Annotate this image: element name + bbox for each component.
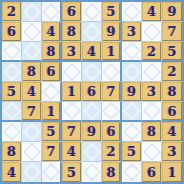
cell-r7c8: 8 bbox=[142, 122, 162, 142]
given-tile: 4 bbox=[82, 42, 101, 60]
given-tile: 8 bbox=[62, 22, 81, 41]
cell-r4c2: 8 bbox=[22, 62, 42, 82]
given-digit: 9 bbox=[127, 85, 136, 98]
given-digit: 6 bbox=[167, 105, 176, 118]
empty-cell-diamond-pattern bbox=[142, 102, 160, 120]
given-tile: 2 bbox=[102, 142, 120, 161]
empty-cell-diamond-pattern bbox=[82, 142, 100, 160]
empty-cell-diamond-pattern bbox=[62, 62, 80, 80]
empty-cell-diamond-pattern bbox=[122, 2, 140, 20]
empty-cell-diamond-pattern bbox=[82, 102, 100, 120]
given-tile: 5 bbox=[102, 2, 120, 21]
empty-cell-diamond-pattern bbox=[22, 42, 40, 60]
given-digit: 8 bbox=[147, 125, 156, 138]
given-digit: 8 bbox=[27, 65, 36, 78]
cell-r6c6[interactable] bbox=[102, 102, 122, 122]
given-tile: 5 bbox=[162, 42, 182, 60]
given-digit: 6 bbox=[46, 65, 55, 78]
cell-r9c2[interactable] bbox=[22, 162, 42, 182]
cell-r8c5[interactable] bbox=[82, 142, 102, 162]
cell-r6c5[interactable] bbox=[82, 102, 102, 122]
given-tile: 8 bbox=[42, 42, 60, 60]
given-tile: 1 bbox=[42, 102, 60, 120]
given-digit: 7 bbox=[67, 125, 76, 138]
given-digit: 9 bbox=[106, 25, 115, 38]
cell-r6c2: 7 bbox=[22, 102, 42, 122]
given-digit: 6 bbox=[87, 85, 96, 98]
given-tile: 9 bbox=[162, 2, 182, 21]
cell-r1c5[interactable] bbox=[82, 2, 102, 22]
given-tile: 5 bbox=[62, 162, 81, 182]
given-tile: 8 bbox=[22, 62, 41, 81]
cell-r6c3: 1 bbox=[42, 102, 62, 122]
cell-r8c1: 8 bbox=[2, 142, 22, 162]
given-digit: 8 bbox=[67, 25, 76, 38]
cell-r5c3[interactable] bbox=[42, 82, 62, 102]
cell-r9c8: 6 bbox=[142, 162, 162, 182]
cell-r8c9: 3 bbox=[162, 142, 182, 162]
cell-r9c5[interactable] bbox=[82, 162, 102, 182]
cell-r7c1[interactable] bbox=[2, 122, 22, 142]
cell-r3c6: 1 bbox=[102, 42, 122, 62]
cell-r3c7[interactable] bbox=[122, 42, 142, 62]
cell-r3c3: 8 bbox=[42, 42, 62, 62]
cell-r3c5: 4 bbox=[82, 42, 102, 62]
cell-r2c2[interactable] bbox=[22, 22, 42, 42]
cell-r5c4: 1 bbox=[62, 82, 82, 102]
cell-r2c4: 8 bbox=[62, 22, 82, 42]
given-tile: 7 bbox=[22, 102, 41, 120]
empty-cell-diamond-pattern bbox=[82, 2, 100, 20]
given-tile: 6 bbox=[82, 82, 101, 101]
given-digit: 6 bbox=[147, 166, 156, 179]
cell-r6c8[interactable] bbox=[142, 102, 162, 122]
given-digit: 6 bbox=[67, 5, 76, 18]
given-tile: 7 bbox=[102, 82, 120, 101]
cell-r2c5[interactable] bbox=[82, 22, 102, 42]
given-digit: 6 bbox=[7, 25, 16, 38]
cell-r1c1: 2 bbox=[2, 2, 22, 22]
empty-cell-diamond-pattern bbox=[142, 62, 160, 80]
empty-cell-diamond-pattern bbox=[142, 142, 160, 160]
cell-r5c9: 8 bbox=[162, 82, 182, 102]
given-digit: 1 bbox=[167, 166, 176, 179]
given-digit: 7 bbox=[167, 25, 176, 38]
given-tile: 4 bbox=[2, 162, 21, 182]
given-tile: 5 bbox=[122, 142, 141, 161]
given-tile: 6 bbox=[102, 122, 120, 141]
given-digit: 3 bbox=[67, 45, 76, 58]
empty-cell-diamond-pattern bbox=[42, 163, 60, 181]
cell-r4c5[interactable] bbox=[82, 62, 102, 82]
empty-cell-diamond-pattern bbox=[82, 163, 100, 181]
empty-cell-diamond-pattern bbox=[122, 102, 140, 120]
given-tile: 7 bbox=[42, 142, 60, 161]
cell-r7c7[interactable] bbox=[122, 122, 142, 142]
empty-cell-diamond-pattern bbox=[142, 22, 160, 40]
cell-r4c6[interactable] bbox=[102, 62, 122, 82]
given-tile: 6 bbox=[2, 22, 21, 41]
cell-r4c1[interactable] bbox=[2, 62, 22, 82]
cell-r7c9: 4 bbox=[162, 122, 182, 142]
cell-r3c4: 3 bbox=[62, 42, 82, 62]
given-tile: 8 bbox=[2, 142, 21, 161]
cell-r7c2[interactable] bbox=[22, 122, 42, 142]
given-digit: 6 bbox=[106, 125, 115, 138]
cell-r4c4[interactable] bbox=[62, 62, 82, 82]
cell-r2c6: 9 bbox=[102, 22, 122, 42]
cell-r2c9: 7 bbox=[162, 22, 182, 42]
given-tile: 4 bbox=[142, 2, 161, 21]
cell-r8c4: 4 bbox=[62, 142, 82, 162]
given-digit: 1 bbox=[67, 85, 76, 98]
cell-r3c1[interactable] bbox=[2, 42, 22, 62]
given-digit: 3 bbox=[147, 85, 156, 98]
given-tile: 4 bbox=[22, 82, 41, 101]
cell-r1c4: 6 bbox=[62, 2, 82, 22]
given-tile: 3 bbox=[142, 82, 161, 101]
given-tile: 6 bbox=[42, 62, 60, 81]
empty-cell-diamond-pattern bbox=[2, 102, 20, 120]
cell-r6c4[interactable] bbox=[62, 102, 82, 122]
given-digit: 7 bbox=[46, 145, 55, 158]
empty-cell-diamond-pattern bbox=[42, 82, 60, 100]
cell-r7c6: 6 bbox=[102, 122, 122, 142]
cell-r1c9: 9 bbox=[162, 2, 182, 22]
cell-r2c1: 6 bbox=[2, 22, 22, 42]
given-digit: 2 bbox=[147, 45, 156, 58]
empty-cell-diamond-pattern bbox=[42, 2, 60, 20]
cell-r6c7[interactable] bbox=[122, 102, 142, 122]
given-digit: 2 bbox=[106, 145, 115, 158]
given-digit: 4 bbox=[147, 5, 156, 18]
cell-r8c6: 2 bbox=[102, 142, 122, 162]
given-tile: 3 bbox=[62, 42, 81, 60]
given-digit: 4 bbox=[87, 45, 96, 58]
cell-r9c9: 1 bbox=[162, 162, 182, 182]
given-tile: 9 bbox=[102, 22, 120, 41]
given-tile: 1 bbox=[62, 82, 81, 101]
given-digit: 8 bbox=[106, 166, 115, 179]
cell-r1c8: 4 bbox=[142, 2, 162, 22]
cell-r9c4: 5 bbox=[62, 162, 82, 182]
given-digit: 2 bbox=[7, 5, 16, 18]
given-tile: 1 bbox=[102, 42, 120, 60]
cell-r5c2: 4 bbox=[22, 82, 42, 102]
empty-cell-diamond-pattern bbox=[22, 142, 40, 160]
given-tile: 5 bbox=[2, 82, 21, 101]
cell-r4c7[interactable] bbox=[122, 62, 142, 82]
given-tile: 2 bbox=[162, 62, 182, 81]
given-tile: 6 bbox=[142, 162, 161, 182]
empty-cell-diamond-pattern bbox=[22, 22, 40, 40]
given-tile: 3 bbox=[162, 142, 182, 161]
given-digit: 8 bbox=[167, 85, 176, 98]
given-digit: 4 bbox=[167, 125, 176, 138]
given-digit: 3 bbox=[167, 145, 176, 158]
cell-r8c2[interactable] bbox=[22, 142, 42, 162]
cell-r2c3: 4 bbox=[42, 22, 62, 42]
cell-r2c8[interactable] bbox=[142, 22, 162, 42]
cell-r9c6: 8 bbox=[102, 162, 122, 182]
given-digit: 5 bbox=[7, 85, 16, 98]
cell-r8c8[interactable] bbox=[142, 142, 162, 162]
given-digit: 8 bbox=[7, 145, 16, 158]
given-tile: 4 bbox=[42, 22, 60, 41]
cell-r8c3: 7 bbox=[42, 142, 62, 162]
given-tile: 9 bbox=[82, 122, 101, 141]
empty-cell-diamond-pattern bbox=[2, 62, 20, 80]
given-digit: 1 bbox=[106, 45, 115, 58]
given-digit: 4 bbox=[67, 145, 76, 158]
given-tile: 3 bbox=[122, 22, 141, 41]
empty-cell-diamond-pattern bbox=[122, 122, 140, 140]
cell-r8c7: 5 bbox=[122, 142, 142, 162]
cell-r5c5: 6 bbox=[82, 82, 102, 102]
empty-cell-diamond-pattern bbox=[2, 42, 20, 60]
cell-r3c8: 2 bbox=[142, 42, 162, 62]
sudoku-board: 2654964893783412586254167938716579684874… bbox=[0, 0, 184, 184]
given-digit: 9 bbox=[167, 5, 176, 18]
given-digit: 7 bbox=[27, 105, 36, 118]
given-tile: 2 bbox=[142, 42, 161, 60]
empty-cell-diamond-pattern bbox=[22, 122, 40, 140]
cell-r5c8: 3 bbox=[142, 82, 162, 102]
cell-r1c6: 5 bbox=[102, 2, 122, 22]
given-digit: 5 bbox=[127, 145, 136, 158]
cell-r6c1[interactable] bbox=[2, 102, 22, 122]
given-digit: 5 bbox=[167, 45, 176, 58]
given-digit: 4 bbox=[46, 25, 55, 38]
empty-cell-diamond-pattern bbox=[22, 163, 40, 181]
given-digit: 8 bbox=[46, 45, 55, 58]
given-tile: 7 bbox=[62, 122, 81, 141]
cell-r3c9: 5 bbox=[162, 42, 182, 62]
cell-r2c7: 3 bbox=[122, 22, 142, 42]
given-digit: 3 bbox=[127, 25, 136, 38]
given-digit: 7 bbox=[106, 85, 115, 98]
given-tile: 8 bbox=[102, 162, 120, 182]
given-digit: 2 bbox=[167, 65, 176, 78]
empty-cell-diamond-pattern bbox=[122, 163, 140, 181]
cell-r1c7[interactable] bbox=[122, 2, 142, 22]
cell-r4c8[interactable] bbox=[142, 62, 162, 82]
cell-r7c4: 7 bbox=[62, 122, 82, 142]
empty-cell-diamond-pattern bbox=[102, 62, 120, 80]
cell-r9c1: 4 bbox=[2, 162, 22, 182]
cell-r3c2[interactable] bbox=[22, 42, 42, 62]
cell-r6c9: 6 bbox=[162, 102, 182, 122]
given-tile: 2 bbox=[2, 2, 21, 21]
cell-r1c3[interactable] bbox=[42, 2, 62, 22]
cell-r4c9: 2 bbox=[162, 62, 182, 82]
given-tile: 4 bbox=[62, 142, 81, 161]
cell-r7c5: 9 bbox=[82, 122, 102, 142]
empty-cell-diamond-pattern bbox=[82, 22, 100, 40]
empty-cell-diamond-pattern bbox=[2, 122, 20, 140]
given-tile: 1 bbox=[162, 162, 182, 182]
given-digit: 5 bbox=[46, 125, 55, 138]
given-digit: 1 bbox=[46, 105, 55, 118]
empty-cell-diamond-pattern bbox=[122, 62, 140, 80]
cell-r4c3: 6 bbox=[42, 62, 62, 82]
cell-r1c2[interactable] bbox=[22, 2, 42, 22]
given-digit: 4 bbox=[27, 85, 36, 98]
given-tile: 6 bbox=[162, 102, 182, 120]
empty-cell-diamond-pattern bbox=[122, 42, 140, 60]
given-tile: 8 bbox=[142, 122, 161, 141]
empty-cell-diamond-pattern bbox=[62, 102, 80, 120]
cell-r5c1: 5 bbox=[2, 82, 22, 102]
cell-r5c7: 9 bbox=[122, 82, 142, 102]
given-tile: 8 bbox=[162, 82, 182, 101]
given-digit: 5 bbox=[67, 166, 76, 179]
cell-r7c3: 5 bbox=[42, 122, 62, 142]
given-digit: 9 bbox=[87, 125, 96, 138]
cell-r9c3[interactable] bbox=[42, 162, 62, 182]
given-tile: 4 bbox=[162, 122, 182, 141]
empty-cell-diamond-pattern bbox=[82, 62, 100, 80]
empty-cell-diamond-pattern bbox=[102, 102, 120, 120]
given-digit: 4 bbox=[7, 166, 16, 179]
given-tile: 6 bbox=[62, 2, 81, 21]
given-tile: 7 bbox=[162, 22, 182, 41]
given-digit: 5 bbox=[106, 5, 115, 18]
cell-r5c6: 7 bbox=[102, 82, 122, 102]
given-tile: 9 bbox=[122, 82, 141, 101]
given-tile: 5 bbox=[42, 122, 60, 141]
cell-r9c7[interactable] bbox=[122, 162, 142, 182]
empty-cell-diamond-pattern bbox=[22, 2, 40, 20]
